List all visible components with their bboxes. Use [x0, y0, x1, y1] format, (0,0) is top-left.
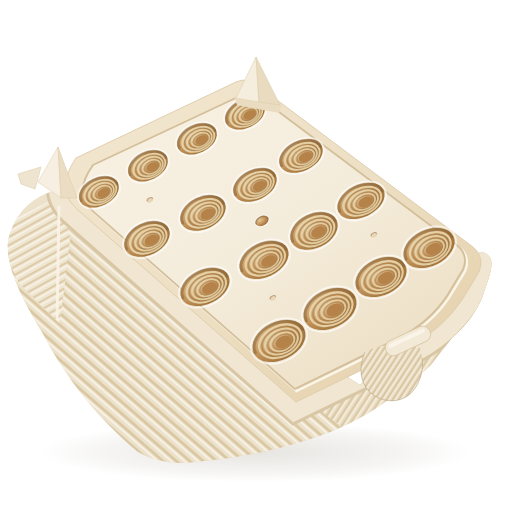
rear-rim-wedge — [18, 167, 41, 189]
product-photo — [0, 0, 510, 510]
stack-corner-highlight — [57, 206, 59, 320]
tray-photo-svg — [0, 0, 510, 510]
